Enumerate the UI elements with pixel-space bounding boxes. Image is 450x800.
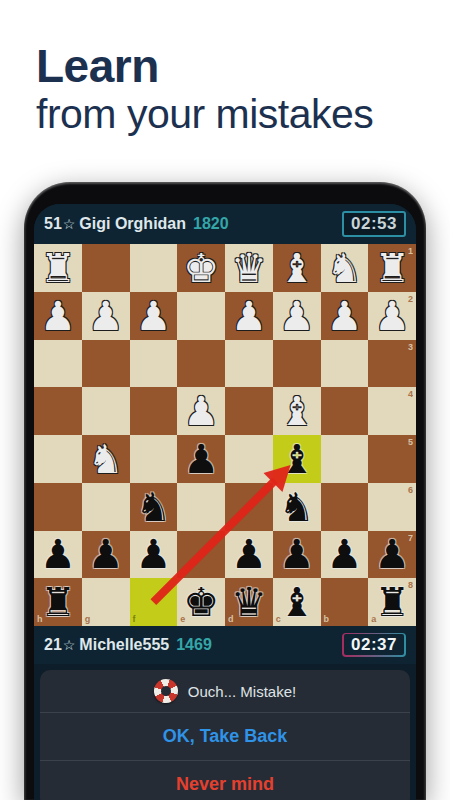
square-h1[interactable]: ♜: [34, 244, 82, 292]
black-pawn: ♟: [231, 534, 267, 574]
square-f3[interactable]: [130, 340, 178, 388]
white-bishop: ♝: [279, 248, 315, 288]
file-label: b: [324, 614, 330, 624]
headline-light: from your mistakes: [36, 92, 373, 136]
square-c3[interactable]: [273, 340, 321, 388]
black-pawn: ♟: [40, 534, 76, 574]
square-b2[interactable]: ♟: [321, 292, 369, 340]
square-h8[interactable]: ♜h: [34, 578, 82, 626]
opponent-name: Gigi Orghidan: [79, 215, 186, 233]
black-bishop: ♝: [279, 439, 315, 479]
square-c6[interactable]: ♞: [273, 483, 321, 531]
never-mind-button[interactable]: Never mind: [40, 761, 410, 800]
black-knight: ♞: [135, 487, 171, 527]
take-back-button[interactable]: OK, Take Back: [40, 713, 410, 760]
black-bishop: ♝: [279, 582, 315, 622]
dialog-header: Ouch... Mistake!: [40, 670, 410, 712]
square-e2[interactable]: [177, 292, 225, 340]
lifebuoy-icon: [151, 676, 181, 706]
rank-label: 3: [408, 342, 413, 352]
chess-board[interactable]: ♜♚♛♝♞♜1♟♟♟♟♟♟♟23♟♝4♞♟♝5♞♞6♟♟♟♟♟♟♟7♜hgf♚e…: [34, 244, 416, 626]
rank-label: 6: [408, 485, 413, 495]
opponent-bar: 51 ☆ Gigi Orghidan 1820 02:53: [34, 204, 416, 244]
square-e6[interactable]: [177, 483, 225, 531]
square-e4[interactable]: ♟: [177, 387, 225, 435]
black-pawn: ♟: [135, 534, 171, 574]
square-e7[interactable]: [177, 531, 225, 579]
square-b6[interactable]: [321, 483, 369, 531]
square-a4[interactable]: 4: [368, 387, 416, 435]
rank-label: 5: [408, 437, 413, 447]
mistake-dialog: Ouch... Mistake! OK, Take Back Never min…: [40, 670, 410, 800]
square-f1[interactable]: [130, 244, 178, 292]
file-label: c: [276, 614, 281, 624]
black-pawn: ♟: [279, 534, 315, 574]
player-clock: 02:37: [344, 634, 404, 655]
player-bar: 21 ☆ Michelle555 1469 02:37: [34, 626, 416, 664]
square-f2[interactable]: ♟: [130, 292, 178, 340]
square-g2[interactable]: ♟: [82, 292, 130, 340]
square-f6[interactable]: ♞: [130, 483, 178, 531]
file-label: f: [133, 614, 136, 624]
white-pawn: ♟: [88, 296, 124, 336]
player-number: 21: [44, 636, 62, 654]
square-h6[interactable]: [34, 483, 82, 531]
square-g1[interactable]: [82, 244, 130, 292]
square-h4[interactable]: [34, 387, 82, 435]
white-knight: ♞: [88, 439, 124, 479]
white-king: ♚: [183, 248, 219, 288]
square-e8[interactable]: ♚e: [177, 578, 225, 626]
square-a7[interactable]: ♟7: [368, 531, 416, 579]
square-a5[interactable]: 5: [368, 435, 416, 483]
square-d6[interactable]: [225, 483, 273, 531]
square-f5[interactable]: [130, 435, 178, 483]
square-f4[interactable]: [130, 387, 178, 435]
square-h2[interactable]: ♟: [34, 292, 82, 340]
rank-label: 8: [408, 580, 413, 590]
player-name: Michelle555: [79, 636, 169, 654]
star-icon: ☆: [63, 216, 76, 232]
white-rook: ♜: [374, 248, 410, 288]
square-c4[interactable]: ♝: [273, 387, 321, 435]
white-pawn: ♟: [183, 391, 219, 431]
black-pawn: ♟: [326, 534, 362, 574]
file-label: a: [371, 614, 376, 624]
opponent-clock: 02:53: [342, 211, 406, 237]
star-icon: ☆: [63, 637, 76, 653]
square-b4[interactable]: [321, 387, 369, 435]
file-label: g: [85, 614, 91, 624]
square-d8[interactable]: ♛d: [225, 578, 273, 626]
white-pawn: ♟: [326, 296, 362, 336]
square-d4[interactable]: [225, 387, 273, 435]
square-g6[interactable]: [82, 483, 130, 531]
player-rating: 1469: [176, 636, 212, 654]
black-pawn: ♟: [183, 439, 219, 479]
rank-label: 2: [408, 294, 413, 304]
dialog-title: Ouch... Mistake!: [188, 683, 296, 700]
square-e1[interactable]: ♚: [177, 244, 225, 292]
white-pawn: ♟: [374, 296, 410, 336]
white-knight: ♞: [326, 248, 362, 288]
square-h5[interactable]: [34, 435, 82, 483]
white-pawn: ♟: [279, 296, 315, 336]
opponent-number: 51: [44, 215, 62, 233]
square-d1[interactable]: ♛: [225, 244, 273, 292]
square-b8[interactable]: b: [321, 578, 369, 626]
square-a2[interactable]: ♟2: [368, 292, 416, 340]
square-g5[interactable]: ♞: [82, 435, 130, 483]
black-pawn: ♟: [374, 534, 410, 574]
square-f8[interactable]: f: [130, 578, 178, 626]
square-e3[interactable]: [177, 340, 225, 388]
white-pawn: ♟: [231, 296, 267, 336]
square-d2[interactable]: ♟: [225, 292, 273, 340]
square-h3[interactable]: [34, 340, 82, 388]
file-label: d: [228, 614, 234, 624]
headline-bold: Learn: [36, 42, 373, 92]
black-rook: ♜: [40, 582, 76, 622]
black-king: ♚: [183, 582, 219, 622]
square-b1[interactable]: ♞: [321, 244, 369, 292]
dialog-backdrop: Ouch... Mistake! OK, Take Back Never min…: [34, 664, 416, 800]
rank-label: 1: [408, 246, 413, 256]
square-b7[interactable]: ♟: [321, 531, 369, 579]
white-queen: ♛: [231, 248, 267, 288]
rank-label: 7: [408, 533, 413, 543]
square-g4[interactable]: [82, 387, 130, 435]
black-queen: ♛: [231, 582, 267, 622]
square-f7[interactable]: ♟: [130, 531, 178, 579]
square-b3[interactable]: [321, 340, 369, 388]
square-d7[interactable]: ♟: [225, 531, 273, 579]
square-a8[interactable]: ♜a8: [368, 578, 416, 626]
square-d5[interactable]: [225, 435, 273, 483]
phone-frame: 51 ☆ Gigi Orghidan 1820 02:53 ♜♚♛♝♞♜1♟♟♟…: [24, 182, 426, 800]
square-c8[interactable]: ♝c: [273, 578, 321, 626]
square-h7[interactable]: ♟: [34, 531, 82, 579]
black-rook: ♜: [374, 582, 410, 622]
square-c1[interactable]: ♝: [273, 244, 321, 292]
square-e5[interactable]: ♟: [177, 435, 225, 483]
square-a6[interactable]: 6: [368, 483, 416, 531]
square-c2[interactable]: ♟: [273, 292, 321, 340]
square-g8[interactable]: g: [82, 578, 130, 626]
app-screen: 51 ☆ Gigi Orghidan 1820 02:53 ♜♚♛♝♞♜1♟♟♟…: [34, 204, 416, 800]
white-pawn: ♟: [135, 296, 171, 336]
rank-label: 4: [408, 389, 413, 399]
black-knight: ♞: [279, 487, 315, 527]
square-b5[interactable]: [321, 435, 369, 483]
opponent-rating: 1820: [193, 215, 229, 233]
player-clock-frame: 02:37: [342, 633, 406, 657]
square-g7[interactable]: ♟: [82, 531, 130, 579]
square-d3[interactable]: [225, 340, 273, 388]
black-pawn: ♟: [88, 534, 124, 574]
square-g3[interactable]: [82, 340, 130, 388]
square-c7[interactable]: ♟: [273, 531, 321, 579]
white-bishop: ♝: [279, 391, 315, 431]
white-pawn: ♟: [40, 296, 76, 336]
headline: Learn from your mistakes: [36, 42, 373, 136]
square-c5[interactable]: ♝: [273, 435, 321, 483]
square-a3[interactable]: 3: [368, 340, 416, 388]
square-a1[interactable]: ♜1: [368, 244, 416, 292]
file-label: h: [37, 614, 43, 624]
file-label: e: [180, 614, 185, 624]
white-rook: ♜: [40, 248, 76, 288]
